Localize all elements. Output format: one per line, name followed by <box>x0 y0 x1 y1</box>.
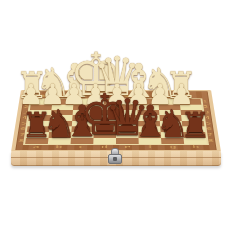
coordinate-label: f <box>139 145 162 149</box>
clasp-slot <box>113 157 117 161</box>
coordinate-label: c <box>70 145 93 149</box>
coordinate-label: b <box>47 145 70 149</box>
coordinate-label: g <box>161 145 184 149</box>
coordinate-label: h <box>179 94 200 98</box>
product-photo: abcdefgh abcdefgh 12345678 12345678 ♜♞♝♚… <box>0 0 232 232</box>
square-d8 <box>116 138 139 144</box>
coordinate-label: h <box>184 145 207 149</box>
coordinate-label: f <box>137 94 158 98</box>
coordinate-label: 5 <box>204 121 213 127</box>
coordinate-label: 3 <box>202 110 211 115</box>
square-c8 <box>139 138 162 144</box>
square-h8 <box>25 138 48 144</box>
coordinate-label: a <box>24 145 47 149</box>
coordinate-label: 2 <box>201 104 210 109</box>
chess-board: abcdefgh abcdefgh 12345678 12345678 <box>11 90 221 152</box>
coordinate-label: 1 <box>201 99 210 104</box>
coordinate-label: c <box>74 94 95 98</box>
board-grid <box>25 99 207 144</box>
square-e8 <box>93 138 116 144</box>
coordinate-label: 6 <box>204 126 214 132</box>
coordinate-label: a <box>32 94 53 98</box>
board-3d-scene: abcdefgh abcdefgh 12345678 12345678 <box>11 0 221 152</box>
board-frame: abcdefgh abcdefgh 12345678 12345678 <box>11 90 221 152</box>
coordinate-label: 8 <box>206 138 216 144</box>
file-coordinates-far: abcdefgh <box>32 93 201 99</box>
metal-clasp-icon <box>106 148 124 165</box>
coordinate-label: e <box>116 94 137 98</box>
coordinate-label: g <box>158 94 179 98</box>
coordinate-label: 4 <box>203 115 212 121</box>
coordinate-label: b <box>53 94 74 98</box>
coordinate-label: 7 <box>205 132 215 138</box>
coordinate-label: d <box>95 94 116 98</box>
square-g8 <box>48 138 71 144</box>
square-b8 <box>161 138 184 144</box>
square-f8 <box>71 138 94 144</box>
square-a8 <box>184 138 207 144</box>
